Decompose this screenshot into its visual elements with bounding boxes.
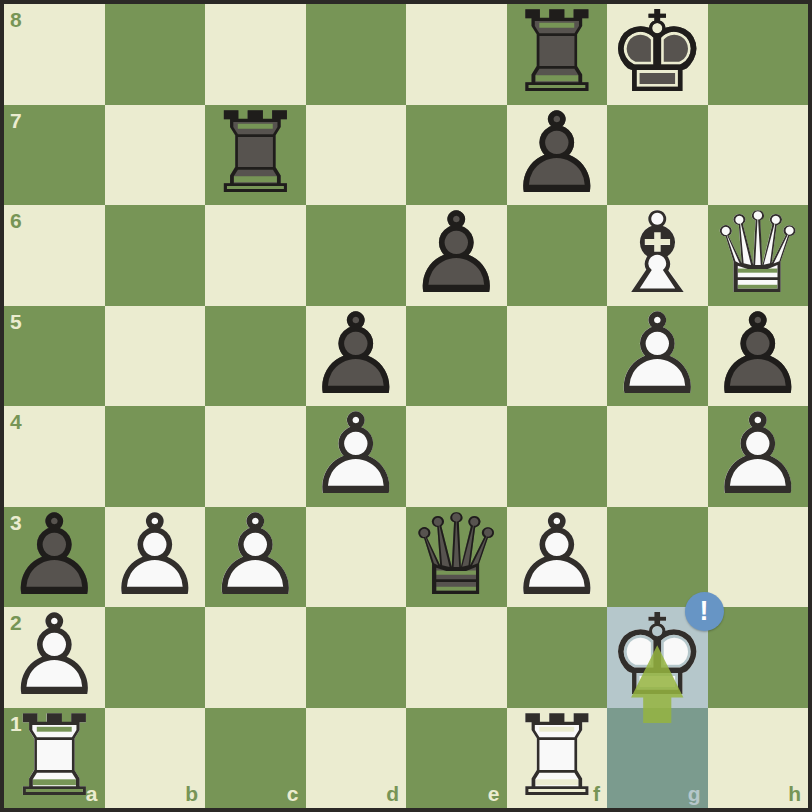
square-d5[interactable]: ♟♙ [306, 306, 407, 407]
piece-black-pawn[interactable]: ♟♙ [507, 105, 608, 206]
great-move-badge: ! [685, 592, 724, 631]
rank-label-7: 7 [10, 110, 22, 131]
square-e8[interactable] [406, 4, 507, 105]
piece-white-queen[interactable]: ♛♕ [708, 205, 809, 306]
square-f3[interactable]: ♟♙ [507, 507, 608, 608]
square-d3[interactable] [306, 507, 407, 608]
square-f8[interactable]: ♜♖ [507, 4, 608, 105]
square-b1[interactable]: b [105, 708, 206, 809]
file-label-h: h [788, 783, 801, 804]
square-b6[interactable] [105, 205, 206, 306]
file-label-d: d [386, 783, 399, 804]
square-a7[interactable]: 7 [4, 105, 105, 206]
piece-black-king[interactable]: ♚♔ [607, 4, 708, 105]
square-f6[interactable] [507, 205, 608, 306]
square-b4[interactable] [105, 406, 206, 507]
square-c5[interactable] [205, 306, 306, 407]
piece-black-pawn[interactable]: ♟♙ [4, 507, 105, 608]
square-a8[interactable]: 8 [4, 4, 105, 105]
piece-white-pawn[interactable]: ♟♙ [507, 507, 608, 608]
chess-board: 8♜♖♚♔7♜♖♟♙6♟♙♝♗♛♕5♟♙♟♙♟♙4♟♙♟♙3♟♙♟♙♟♙♛♕♟♙… [4, 4, 808, 808]
piece-white-pawn[interactable]: ♟♙ [205, 507, 306, 608]
square-a1[interactable]: 1a♜♖ [4, 708, 105, 809]
square-g3[interactable] [607, 507, 708, 608]
square-g4[interactable] [607, 406, 708, 507]
square-g1[interactable]: g [607, 708, 708, 809]
square-e5[interactable] [406, 306, 507, 407]
square-h7[interactable] [708, 105, 809, 206]
square-h3[interactable] [708, 507, 809, 608]
square-a3[interactable]: 3♟♙ [4, 507, 105, 608]
square-e1[interactable]: e [406, 708, 507, 809]
square-c6[interactable] [205, 205, 306, 306]
file-label-e: e [488, 783, 500, 804]
square-c2[interactable] [205, 607, 306, 708]
piece-white-pawn[interactable]: ♟♙ [607, 306, 708, 407]
square-e3[interactable]: ♛♕ [406, 507, 507, 608]
square-b8[interactable] [105, 4, 206, 105]
piece-black-rook[interactable]: ♜♖ [507, 4, 608, 105]
piece-white-pawn[interactable]: ♟♙ [4, 607, 105, 708]
piece-black-pawn[interactable]: ♟♙ [406, 205, 507, 306]
file-label-b: b [185, 783, 198, 804]
square-g6[interactable]: ♝♗ [607, 205, 708, 306]
chess-board-frame: 8♜♖♚♔7♜♖♟♙6♟♙♝♗♛♕5♟♙♟♙♟♙4♟♙♟♙3♟♙♟♙♟♙♛♕♟♙… [0, 0, 812, 812]
square-c4[interactable] [205, 406, 306, 507]
square-d8[interactable] [306, 4, 407, 105]
piece-black-pawn[interactable]: ♟♙ [306, 306, 407, 407]
piece-white-rook[interactable]: ♜♖ [507, 708, 608, 809]
square-g7[interactable] [607, 105, 708, 206]
square-d7[interactable] [306, 105, 407, 206]
square-c7[interactable]: ♜♖ [205, 105, 306, 206]
square-e2[interactable] [406, 607, 507, 708]
piece-white-pawn[interactable]: ♟♙ [708, 406, 809, 507]
square-h8[interactable] [708, 4, 809, 105]
square-b3[interactable]: ♟♙ [105, 507, 206, 608]
file-label-c: c [287, 783, 299, 804]
square-b2[interactable] [105, 607, 206, 708]
rank-label-4: 4 [10, 411, 22, 432]
square-c8[interactable] [205, 4, 306, 105]
square-c3[interactable]: ♟♙ [205, 507, 306, 608]
piece-white-pawn[interactable]: ♟♙ [105, 507, 206, 608]
piece-white-bishop[interactable]: ♝♗ [607, 205, 708, 306]
square-g2[interactable]: ♚♔! [607, 607, 708, 708]
piece-white-pawn[interactable]: ♟♙ [306, 406, 407, 507]
piece-black-rook[interactable]: ♜♖ [205, 105, 306, 206]
square-e7[interactable] [406, 105, 507, 206]
square-h6[interactable]: ♛♕ [708, 205, 809, 306]
square-d2[interactable] [306, 607, 407, 708]
square-f4[interactable] [507, 406, 608, 507]
square-d4[interactable]: ♟♙ [306, 406, 407, 507]
square-h1[interactable]: h [708, 708, 809, 809]
piece-black-queen[interactable]: ♛♕ [406, 507, 507, 608]
piece-white-rook[interactable]: ♜♖ [4, 708, 105, 809]
square-d6[interactable] [306, 205, 407, 306]
square-e4[interactable] [406, 406, 507, 507]
square-f2[interactable] [507, 607, 608, 708]
piece-black-pawn[interactable]: ♟♙ [708, 306, 809, 407]
square-b7[interactable] [105, 105, 206, 206]
square-c1[interactable]: c [205, 708, 306, 809]
rank-label-6: 6 [10, 210, 22, 231]
square-g5[interactable]: ♟♙ [607, 306, 708, 407]
square-b5[interactable] [105, 306, 206, 407]
square-d1[interactable]: d [306, 708, 407, 809]
square-h2[interactable] [708, 607, 809, 708]
square-a5[interactable]: 5 [4, 306, 105, 407]
square-a6[interactable]: 6 [4, 205, 105, 306]
last-move-highlight-g1 [607, 708, 708, 809]
rank-label-8: 8 [10, 9, 22, 30]
square-g8[interactable]: ♚♔ [607, 4, 708, 105]
square-f5[interactable] [507, 306, 608, 407]
square-h4[interactable]: ♟♙ [708, 406, 809, 507]
square-h5[interactable]: ♟♙ [708, 306, 809, 407]
square-a4[interactable]: 4 [4, 406, 105, 507]
square-a2[interactable]: 2♟♙ [4, 607, 105, 708]
rank-label-5: 5 [10, 311, 22, 332]
square-f7[interactable]: ♟♙ [507, 105, 608, 206]
square-e6[interactable]: ♟♙ [406, 205, 507, 306]
square-f1[interactable]: f♜♖ [507, 708, 608, 809]
